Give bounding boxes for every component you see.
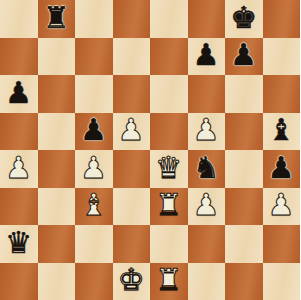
square-d5[interactable]: ♟ xyxy=(113,113,151,151)
square-b7[interactable] xyxy=(38,38,76,76)
square-c7[interactable] xyxy=(75,38,113,76)
square-h2[interactable] xyxy=(263,225,301,263)
square-d1[interactable]: ♚ xyxy=(113,263,151,300)
black-knight[interactable]: ♞ xyxy=(193,153,220,183)
square-b2[interactable] xyxy=(38,225,76,263)
square-h3[interactable]: ♟ xyxy=(263,188,301,226)
square-f6[interactable] xyxy=(188,75,226,113)
black-rook[interactable]: ♜ xyxy=(43,3,70,33)
square-e3[interactable]: ♜ xyxy=(150,188,188,226)
square-g2[interactable] xyxy=(225,225,263,263)
square-c8[interactable] xyxy=(75,0,113,38)
black-king[interactable]: ♚ xyxy=(230,3,257,33)
square-e1[interactable]: ♜ xyxy=(150,263,188,300)
square-h1[interactable] xyxy=(263,263,301,300)
square-a4[interactable]: ♟ xyxy=(0,150,38,188)
white-rook[interactable]: ♜ xyxy=(155,190,182,220)
white-pawn[interactable]: ♟ xyxy=(118,115,145,145)
square-c5[interactable]: ♟ xyxy=(75,113,113,151)
square-h4[interactable]: ♟ xyxy=(263,150,301,188)
square-d2[interactable] xyxy=(113,225,151,263)
square-a7[interactable] xyxy=(0,38,38,76)
square-c6[interactable] xyxy=(75,75,113,113)
white-rook[interactable]: ♜ xyxy=(155,265,182,295)
square-b5[interactable] xyxy=(38,113,76,151)
square-f5[interactable]: ♟ xyxy=(188,113,226,151)
white-pawn[interactable]: ♟ xyxy=(193,190,220,220)
black-pawn[interactable]: ♟ xyxy=(5,78,32,108)
black-pawn[interactable]: ♟ xyxy=(230,40,257,70)
white-king[interactable]: ♚ xyxy=(118,265,145,295)
square-a3[interactable] xyxy=(0,188,38,226)
square-f3[interactable]: ♟ xyxy=(188,188,226,226)
square-f2[interactable] xyxy=(188,225,226,263)
square-h8[interactable] xyxy=(263,0,301,38)
white-queen[interactable]: ♛ xyxy=(155,153,182,183)
black-pawn[interactable]: ♟ xyxy=(193,40,220,70)
black-queen[interactable]: ♛ xyxy=(5,228,32,258)
square-g3[interactable] xyxy=(225,188,263,226)
black-pawn[interactable]: ♟ xyxy=(268,153,295,183)
square-a2[interactable]: ♛ xyxy=(0,225,38,263)
square-h5[interactable]: ♝ xyxy=(263,113,301,151)
square-e4[interactable]: ♛ xyxy=(150,150,188,188)
white-pawn[interactable]: ♟ xyxy=(193,115,220,145)
square-f7[interactable]: ♟ xyxy=(188,38,226,76)
square-e2[interactable] xyxy=(150,225,188,263)
square-d7[interactable] xyxy=(113,38,151,76)
square-e7[interactable] xyxy=(150,38,188,76)
white-pawn[interactable]: ♟ xyxy=(5,153,32,183)
white-pawn[interactable]: ♟ xyxy=(268,190,295,220)
square-h7[interactable] xyxy=(263,38,301,76)
square-c3[interactable]: ♝ xyxy=(75,188,113,226)
square-b4[interactable] xyxy=(38,150,76,188)
square-d6[interactable] xyxy=(113,75,151,113)
white-bishop[interactable]: ♝ xyxy=(80,190,107,220)
square-a8[interactable] xyxy=(0,0,38,38)
square-e6[interactable] xyxy=(150,75,188,113)
square-g4[interactable] xyxy=(225,150,263,188)
square-b1[interactable] xyxy=(38,263,76,300)
square-a6[interactable]: ♟ xyxy=(0,75,38,113)
square-g7[interactable]: ♟ xyxy=(225,38,263,76)
square-f1[interactable] xyxy=(188,263,226,300)
square-a5[interactable] xyxy=(0,113,38,151)
square-a1[interactable] xyxy=(0,263,38,300)
square-f4[interactable]: ♞ xyxy=(188,150,226,188)
chess-board: ♜♚♟♟♟♟♟♟♝♟♟♛♞♟♝♜♟♟♛♚♜ xyxy=(0,0,300,300)
square-e8[interactable] xyxy=(150,0,188,38)
square-h6[interactable] xyxy=(263,75,301,113)
square-g1[interactable] xyxy=(225,263,263,300)
square-g5[interactable] xyxy=(225,113,263,151)
square-g8[interactable]: ♚ xyxy=(225,0,263,38)
square-d3[interactable] xyxy=(113,188,151,226)
square-d8[interactable] xyxy=(113,0,151,38)
square-b6[interactable] xyxy=(38,75,76,113)
white-pawn[interactable]: ♟ xyxy=(80,153,107,183)
square-g6[interactable] xyxy=(225,75,263,113)
square-d4[interactable] xyxy=(113,150,151,188)
square-c4[interactable]: ♟ xyxy=(75,150,113,188)
black-pawn[interactable]: ♟ xyxy=(80,115,107,145)
square-b3[interactable] xyxy=(38,188,76,226)
square-c1[interactable] xyxy=(75,263,113,300)
black-bishop[interactable]: ♝ xyxy=(268,115,295,145)
square-f8[interactable] xyxy=(188,0,226,38)
square-e5[interactable] xyxy=(150,113,188,151)
square-c2[interactable] xyxy=(75,225,113,263)
square-b8[interactable]: ♜ xyxy=(38,0,76,38)
